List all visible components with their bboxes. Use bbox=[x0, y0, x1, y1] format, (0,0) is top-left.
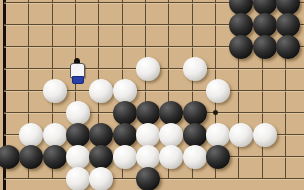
stone-black bbox=[136, 167, 160, 190]
stone-white bbox=[253, 123, 277, 147]
stone-white bbox=[43, 79, 67, 103]
stone-white bbox=[113, 79, 137, 103]
stone-white bbox=[206, 79, 230, 103]
stone-black bbox=[66, 123, 90, 147]
stone-black bbox=[276, 13, 300, 37]
stone-black bbox=[206, 145, 230, 169]
stone-black bbox=[276, 35, 300, 59]
stone-white bbox=[113, 145, 137, 169]
stone-black bbox=[183, 101, 207, 125]
stone-black bbox=[253, 35, 277, 59]
stone-white bbox=[66, 167, 90, 190]
stone-white bbox=[183, 145, 207, 169]
stone-white bbox=[136, 57, 160, 81]
stone-white bbox=[229, 123, 253, 147]
stone-white bbox=[136, 123, 160, 147]
stone-black bbox=[229, 13, 253, 37]
stone-white bbox=[66, 101, 90, 125]
go-board[interactable] bbox=[0, 0, 304, 190]
player-cursor-icon bbox=[69, 57, 86, 85]
star-point bbox=[213, 110, 218, 115]
stone-white bbox=[19, 123, 43, 147]
stone-white bbox=[206, 123, 230, 147]
stone-black bbox=[136, 101, 160, 125]
stone-black bbox=[0, 145, 20, 169]
stone-white bbox=[89, 79, 113, 103]
stone-black bbox=[89, 145, 113, 169]
stone-black bbox=[113, 123, 137, 147]
stone-white bbox=[159, 145, 183, 169]
stone-white bbox=[183, 57, 207, 81]
stone-black bbox=[89, 123, 113, 147]
cursor-cuff bbox=[72, 76, 84, 84]
stone-white bbox=[159, 123, 183, 147]
stone-black bbox=[159, 101, 183, 125]
stone-black bbox=[113, 101, 137, 125]
stone-white bbox=[89, 167, 113, 190]
stone-black bbox=[183, 123, 207, 147]
stone-black bbox=[229, 35, 253, 59]
stone-white bbox=[66, 145, 90, 169]
go-app-screenshot: { "game": "go", "board": { "description"… bbox=[0, 0, 304, 190]
stone-black bbox=[253, 13, 277, 37]
stone-black bbox=[19, 145, 43, 169]
stone-white bbox=[43, 123, 67, 147]
stone-white bbox=[136, 145, 160, 169]
stone-black bbox=[43, 145, 67, 169]
